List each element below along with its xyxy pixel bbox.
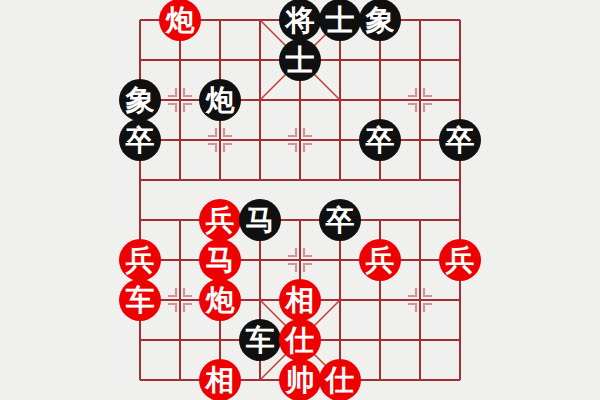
intersection-c7-r4[interactable] xyxy=(400,160,440,200)
black-soldier-piece[interactable]: 卒 xyxy=(119,119,161,161)
intersection-c8-r8[interactable] xyxy=(440,320,480,360)
intersection-c8-r9[interactable] xyxy=(440,360,480,400)
intersection-c6-r2[interactable] xyxy=(360,80,400,120)
intersection-c4-r1[interactable]: 士 xyxy=(280,40,320,80)
intersection-c7-r8[interactable] xyxy=(400,320,440,360)
black-advisor-piece[interactable]: 士 xyxy=(279,39,321,81)
intersection-c2-r3[interactable] xyxy=(200,120,240,160)
intersection-c4-r5[interactable] xyxy=(280,200,320,240)
intersection-c0-r1[interactable] xyxy=(120,40,160,80)
intersection-c6-r7[interactable] xyxy=(360,280,400,320)
intersection-c4-r4[interactable] xyxy=(280,160,320,200)
intersection-c5-r0[interactable]: 士 xyxy=(320,0,360,40)
intersection-c0-r2[interactable]: 象 xyxy=(120,80,160,120)
intersection-c7-r0[interactable] xyxy=(400,0,440,40)
intersection-c2-r0[interactable] xyxy=(200,0,240,40)
intersection-c1-r3[interactable] xyxy=(160,120,200,160)
black-horse-piece[interactable]: 马 xyxy=(239,199,281,241)
intersection-c5-r8[interactable] xyxy=(320,320,360,360)
red-elephant-piece[interactable]: 相 xyxy=(199,359,241,400)
intersection-c3-r2[interactable] xyxy=(240,80,280,120)
intersection-c3-r8[interactable]: 车 xyxy=(240,320,280,360)
intersection-c0-r9[interactable] xyxy=(120,360,160,400)
black-elephant-piece[interactable]: 象 xyxy=(119,79,161,121)
intersection-c6-r0[interactable]: 象 xyxy=(360,0,400,40)
black-soldier-piece[interactable]: 卒 xyxy=(359,119,401,161)
intersection-c1-r0[interactable]: 炮 xyxy=(160,0,200,40)
intersection-c3-r3[interactable] xyxy=(240,120,280,160)
intersection-c7-r3[interactable] xyxy=(400,120,440,160)
intersection-c3-r7[interactable] xyxy=(240,280,280,320)
intersection-c8-r2[interactable] xyxy=(440,80,480,120)
intersection-c5-r5[interactable]: 卒 xyxy=(320,200,360,240)
intersection-c7-r9[interactable] xyxy=(400,360,440,400)
red-advisor-piece[interactable]: 仕 xyxy=(279,319,321,361)
red-soldier-piece[interactable]: 兵 xyxy=(199,199,241,241)
intersection-c8-r4[interactable] xyxy=(440,160,480,200)
intersection-c7-r6[interactable] xyxy=(400,240,440,280)
intersection-c1-r6[interactable] xyxy=(160,240,200,280)
intersection-c6-r6[interactable]: 兵 xyxy=(360,240,400,280)
red-cannon-piece[interactable]: 炮 xyxy=(159,0,201,41)
intersection-c0-r7[interactable]: 车 xyxy=(120,280,160,320)
black-advisor-piece[interactable]: 士 xyxy=(319,0,361,41)
red-advisor-piece[interactable]: 仕 xyxy=(319,359,361,400)
intersection-c1-r7[interactable] xyxy=(160,280,200,320)
intersection-c5-r3[interactable] xyxy=(320,120,360,160)
intersection-c7-r1[interactable] xyxy=(400,40,440,80)
red-horse-piece[interactable]: 马 xyxy=(199,239,241,281)
red-soldier-piece[interactable]: 兵 xyxy=(439,239,481,281)
intersection-c2-r2[interactable]: 炮 xyxy=(200,80,240,120)
intersection-c7-r7[interactable] xyxy=(400,280,440,320)
intersection-c5-r4[interactable] xyxy=(320,160,360,200)
red-chariot-piece[interactable]: 车 xyxy=(119,279,161,321)
black-soldier-piece[interactable]: 卒 xyxy=(439,119,481,161)
black-elephant-piece[interactable]: 象 xyxy=(359,0,401,41)
intersection-c8-r0[interactable] xyxy=(440,0,480,40)
intersection-c0-r6[interactable]: 兵 xyxy=(120,240,160,280)
intersection-c3-r9[interactable] xyxy=(240,360,280,400)
intersection-c8-r1[interactable] xyxy=(440,40,480,80)
intersection-c5-r1[interactable] xyxy=(320,40,360,80)
intersection-c2-r8[interactable] xyxy=(200,320,240,360)
red-cannon-piece[interactable]: 炮 xyxy=(199,279,241,321)
red-soldier-piece[interactable]: 兵 xyxy=(359,239,401,281)
black-cannon-piece[interactable]: 炮 xyxy=(199,79,241,121)
intersection-c4-r2[interactable] xyxy=(280,80,320,120)
red-soldier-piece[interactable]: 兵 xyxy=(119,239,161,281)
intersection-c6-r3[interactable]: 卒 xyxy=(360,120,400,160)
intersection-c3-r4[interactable] xyxy=(240,160,280,200)
intersection-c2-r9[interactable]: 相 xyxy=(200,360,240,400)
intersection-c5-r2[interactable] xyxy=(320,80,360,120)
intersection-c1-r5[interactable] xyxy=(160,200,200,240)
intersection-c2-r7[interactable]: 炮 xyxy=(200,280,240,320)
intersection-c4-r6[interactable] xyxy=(280,240,320,280)
intersection-c4-r3[interactable] xyxy=(280,120,320,160)
intersection-c4-r9[interactable]: 帅 xyxy=(280,360,320,400)
intersection-c1-r8[interactable] xyxy=(160,320,200,360)
intersection-c2-r6[interactable]: 马 xyxy=(200,240,240,280)
intersection-c6-r1[interactable] xyxy=(360,40,400,80)
board-grid: 炮将士象士象炮卒卒卒兵马卒兵马兵兵车炮相车仕相帅仕 xyxy=(120,0,480,400)
intersection-c6-r8[interactable] xyxy=(360,320,400,360)
intersection-c2-r5[interactable]: 兵 xyxy=(200,200,240,240)
intersection-c1-r2[interactable] xyxy=(160,80,200,120)
intersection-c6-r4[interactable] xyxy=(360,160,400,200)
black-soldier-piece[interactable]: 卒 xyxy=(319,199,361,241)
intersection-c0-r3[interactable]: 卒 xyxy=(120,120,160,160)
intersection-c8-r7[interactable] xyxy=(440,280,480,320)
intersection-c0-r5[interactable] xyxy=(120,200,160,240)
red-elephant-piece[interactable]: 相 xyxy=(279,279,321,321)
intersection-c8-r6[interactable]: 兵 xyxy=(440,240,480,280)
intersection-c3-r5[interactable]: 马 xyxy=(240,200,280,240)
intersection-c4-r7[interactable]: 相 xyxy=(280,280,320,320)
intersection-c6-r9[interactable] xyxy=(360,360,400,400)
red-general-piece[interactable]: 帅 xyxy=(279,359,321,400)
intersection-c8-r3[interactable]: 卒 xyxy=(440,120,480,160)
black-chariot-piece[interactable]: 车 xyxy=(239,319,281,361)
intersection-c5-r9[interactable]: 仕 xyxy=(320,360,360,400)
intersection-c8-r5[interactable] xyxy=(440,200,480,240)
intersection-c5-r6[interactable] xyxy=(320,240,360,280)
intersection-c0-r0[interactable] xyxy=(120,0,160,40)
intersection-c3-r0[interactable] xyxy=(240,0,280,40)
intersection-c1-r1[interactable] xyxy=(160,40,200,80)
black-general-piece[interactable]: 将 xyxy=(279,0,321,41)
intersection-c2-r4[interactable] xyxy=(200,160,240,200)
intersection-c4-r0[interactable]: 将 xyxy=(280,0,320,40)
intersection-c0-r4[interactable] xyxy=(120,160,160,200)
intersection-c5-r7[interactable] xyxy=(320,280,360,320)
intersection-c7-r2[interactable] xyxy=(400,80,440,120)
intersection-c4-r8[interactable]: 仕 xyxy=(280,320,320,360)
intersection-c3-r1[interactable] xyxy=(240,40,280,80)
intersection-c0-r8[interactable] xyxy=(120,320,160,360)
intersection-c6-r5[interactable] xyxy=(360,200,400,240)
xiangqi-board: 炮将士象士象炮卒卒卒兵马卒兵马兵兵车炮相车仕相帅仕 xyxy=(0,0,600,400)
intersection-c2-r1[interactable] xyxy=(200,40,240,80)
intersection-c3-r6[interactable] xyxy=(240,240,280,280)
intersection-c1-r9[interactable] xyxy=(160,360,200,400)
intersection-c7-r5[interactable] xyxy=(400,200,440,240)
intersection-c1-r4[interactable] xyxy=(160,160,200,200)
